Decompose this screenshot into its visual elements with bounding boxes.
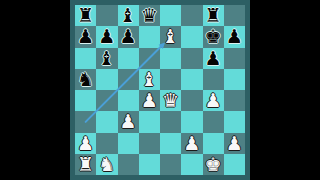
piece-white-pawn: ♟ <box>181 133 202 154</box>
square-e8[interactable] <box>160 5 181 26</box>
square-b2[interactable] <box>96 133 117 154</box>
square-g1[interactable]: ♚ <box>203 154 224 175</box>
square-h1[interactable] <box>224 154 245 175</box>
piece-black-rook: ♜ <box>203 5 224 26</box>
square-c6[interactable] <box>118 48 139 69</box>
square-a1[interactable]: ♜ <box>75 154 96 175</box>
piece-white-pawn: ♟ <box>118 111 139 132</box>
square-g4[interactable]: ♟ <box>203 90 224 111</box>
square-a8[interactable]: ♜ <box>75 5 96 26</box>
square-d4[interactable]: ♟ <box>139 90 160 111</box>
piece-black-king: ♚ <box>203 26 224 47</box>
piece-black-pawn: ♟ <box>203 48 224 69</box>
square-d7[interactable] <box>139 26 160 47</box>
piece-black-pawn: ♟ <box>75 26 96 47</box>
square-h7[interactable]: ♟ <box>224 26 245 47</box>
square-g7[interactable]: ♚ <box>203 26 224 47</box>
square-e1[interactable] <box>160 154 181 175</box>
square-e5[interactable] <box>160 69 181 90</box>
square-b5[interactable] <box>96 69 117 90</box>
piece-white-knight: ♞ <box>96 154 117 175</box>
piece-white-queen: ♛ <box>160 90 181 111</box>
square-b7[interactable]: ♟ <box>96 26 117 47</box>
square-c1[interactable] <box>118 154 139 175</box>
square-h2[interactable]: ♟ <box>224 133 245 154</box>
square-c8[interactable]: ♝ <box>118 5 139 26</box>
square-a5[interactable]: ♞ <box>75 69 96 90</box>
letterbox-left <box>0 0 70 180</box>
square-b6[interactable]: ♝ <box>96 48 117 69</box>
square-g2[interactable] <box>203 133 224 154</box>
square-g8[interactable]: ♜ <box>203 5 224 26</box>
piece-black-queen: ♛ <box>139 5 160 26</box>
piece-black-pawn: ♟ <box>96 26 117 47</box>
piece-black-knight: ♞ <box>75 69 96 90</box>
square-d8[interactable]: ♛ <box>139 5 160 26</box>
square-f1[interactable] <box>181 154 202 175</box>
square-f3[interactable] <box>181 111 202 132</box>
square-a7[interactable]: ♟ <box>75 26 96 47</box>
square-h4[interactable] <box>224 90 245 111</box>
piece-white-pawn: ♟ <box>75 133 96 154</box>
square-a6[interactable] <box>75 48 96 69</box>
piece-black-rook: ♜ <box>75 5 96 26</box>
square-e4[interactable]: ♛ <box>160 90 181 111</box>
square-d3[interactable] <box>139 111 160 132</box>
square-f4[interactable] <box>181 90 202 111</box>
square-e6[interactable] <box>160 48 181 69</box>
square-d6[interactable] <box>139 48 160 69</box>
piece-white-pawn: ♟ <box>203 90 224 111</box>
square-c7[interactable]: ♟ <box>118 26 139 47</box>
square-d1[interactable] <box>139 154 160 175</box>
square-c3[interactable]: ♟ <box>118 111 139 132</box>
square-f8[interactable] <box>181 5 202 26</box>
piece-black-pawn: ♟ <box>224 26 245 47</box>
square-e2[interactable] <box>160 133 181 154</box>
square-b8[interactable] <box>96 5 117 26</box>
square-f2[interactable]: ♟ <box>181 133 202 154</box>
square-a2[interactable]: ♟ <box>75 133 96 154</box>
piece-white-pawn: ♟ <box>224 133 245 154</box>
piece-white-bishop: ♝ <box>139 69 160 90</box>
square-h5[interactable] <box>224 69 245 90</box>
square-g3[interactable] <box>203 111 224 132</box>
square-d5[interactable]: ♝ <box>139 69 160 90</box>
square-h6[interactable] <box>224 48 245 69</box>
square-c5[interactable] <box>118 69 139 90</box>
square-h3[interactable] <box>224 111 245 132</box>
square-f6[interactable] <box>181 48 202 69</box>
square-a3[interactable] <box>75 111 96 132</box>
piece-black-bishop: ♝ <box>118 5 139 26</box>
board-grid: ♜♝♛♜♟♟♟♝♚♟♝♟♞♝♟♛♟♟♟♟♟♜♞♚ <box>75 5 245 175</box>
square-a4[interactable] <box>75 90 96 111</box>
piece-black-bishop: ♝ <box>96 48 117 69</box>
square-b4[interactable] <box>96 90 117 111</box>
piece-white-king: ♚ <box>203 154 224 175</box>
piece-white-pawn: ♟ <box>139 90 160 111</box>
square-e3[interactable] <box>160 111 181 132</box>
square-g5[interactable] <box>203 69 224 90</box>
square-c2[interactable] <box>118 133 139 154</box>
square-f5[interactable] <box>181 69 202 90</box>
letterbox-right <box>250 0 320 180</box>
piece-black-pawn: ♟ <box>118 26 139 47</box>
piece-white-bishop: ♝ <box>160 26 181 47</box>
piece-white-rook: ♜ <box>75 154 96 175</box>
square-c4[interactable] <box>118 90 139 111</box>
square-e7[interactable]: ♝ <box>160 26 181 47</box>
square-b3[interactable] <box>96 111 117 132</box>
square-h8[interactable] <box>224 5 245 26</box>
square-f7[interactable] <box>181 26 202 47</box>
square-d2[interactable] <box>139 133 160 154</box>
square-b1[interactable]: ♞ <box>96 154 117 175</box>
chess-board[interactable]: ♜♝♛♜♟♟♟♝♚♟♝♟♞♝♟♛♟♟♟♟♟♜♞♚ <box>70 0 250 180</box>
square-g6[interactable]: ♟ <box>203 48 224 69</box>
